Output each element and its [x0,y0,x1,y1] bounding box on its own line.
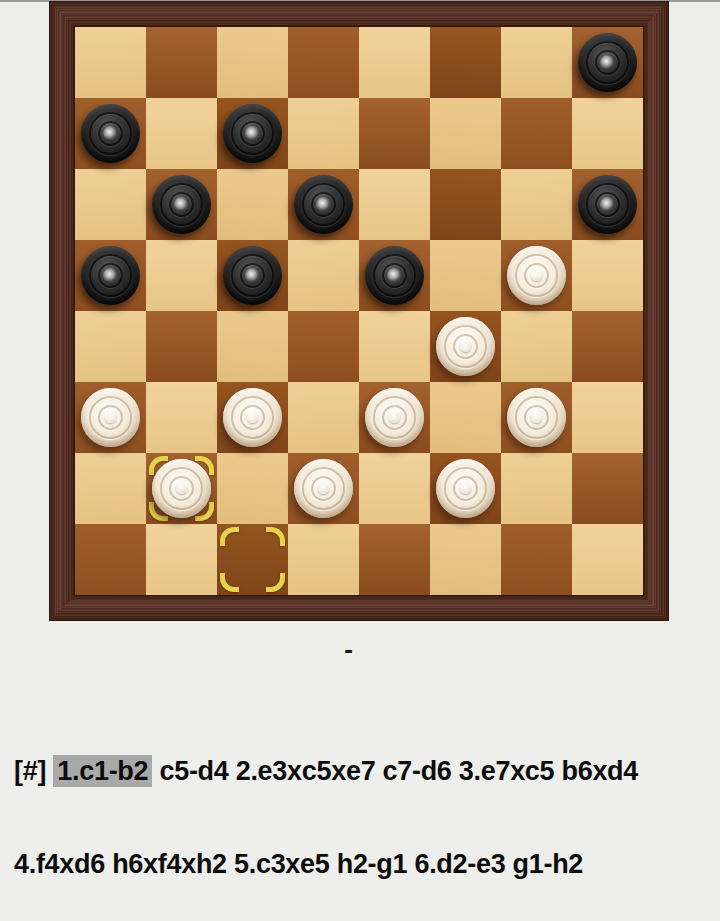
square-b2[interactable] [146,453,217,524]
move-list-line: 4.f4xd6 h6xf4xh2 5.c3xe5 h2-g1 6.d2-e3 g… [14,849,706,880]
square-a3[interactable] [75,382,146,453]
square-b6[interactable] [146,169,217,240]
white-man-f4[interactable] [436,317,495,376]
square-c5[interactable] [217,240,288,311]
piece-core [531,412,542,423]
highlight-corner-icon [266,527,285,546]
piece-core [460,341,471,352]
square-h3[interactable] [572,382,643,453]
square-h4[interactable] [572,311,643,382]
piece-core [460,483,471,494]
current-move[interactable]: 1.c1-b2 [53,755,152,787]
piece-core [600,55,614,69]
piece-core [318,483,329,494]
board-frame-top [50,2,668,27]
square-e5[interactable] [359,240,430,311]
square-h2[interactable] [572,453,643,524]
white-man-g5[interactable] [507,246,566,305]
page-root: { "game": "checkers", "variant": "8x8 dr… [0,0,720,921]
square-c2[interactable] [217,453,288,524]
square-b5[interactable] [146,240,217,311]
square-e8[interactable] [359,27,430,98]
board-frame-bottom [50,595,668,620]
white-man-e3[interactable] [365,388,424,447]
piece-core [103,268,117,282]
white-man-a3[interactable] [81,388,140,447]
square-f6[interactable] [430,169,501,240]
piece-core [103,126,117,140]
square-g5[interactable] [501,240,572,311]
white-man-d2[interactable] [294,459,353,518]
result-status-text: - [0,634,697,665]
square-d5[interactable] [288,240,359,311]
board-frame-right [643,2,668,620]
square-a1[interactable] [75,524,146,595]
square-e7[interactable] [359,98,430,169]
highlight-corner-icon [220,573,239,592]
move-list[interactable]: [#] 1.c1-b2 c5-d4 2.e3xc5xe7 c7-d6 3.e7x… [14,694,706,921]
black-man-e5[interactable] [365,246,424,305]
white-man-c3[interactable] [223,388,282,447]
square-c7[interactable] [217,98,288,169]
square-f5[interactable] [430,240,501,311]
square-c6[interactable] [217,169,288,240]
piece-core [245,268,259,282]
square-e3[interactable] [359,382,430,453]
square-g2[interactable] [501,453,572,524]
last-move-highlight-c1 [220,527,285,592]
board-grid [75,27,643,595]
square-d2[interactable] [288,453,359,524]
square-h7[interactable] [572,98,643,169]
square-f8[interactable] [430,27,501,98]
square-e6[interactable] [359,169,430,240]
square-b4[interactable] [146,311,217,382]
square-a7[interactable] [75,98,146,169]
white-man-g3[interactable] [507,388,566,447]
square-c3[interactable] [217,382,288,453]
square-c4[interactable] [217,311,288,382]
piece-core [176,483,187,494]
square-g8[interactable] [501,27,572,98]
square-a2[interactable] [75,453,146,524]
square-d3[interactable] [288,382,359,453]
square-f4[interactable] [430,311,501,382]
square-g3[interactable] [501,382,572,453]
board-frame-left [50,2,75,620]
square-b1[interactable] [146,524,217,595]
square-a4[interactable] [75,311,146,382]
highlight-corner-icon [220,527,239,546]
move-list-line: [#] 1.c1-b2 c5-d4 2.e3xc5xe7 c7-d6 3.e7x… [14,756,706,787]
square-d1[interactable] [288,524,359,595]
square-c8[interactable] [217,27,288,98]
piece-core [531,270,542,281]
black-man-h6[interactable] [578,175,637,234]
square-a8[interactable] [75,27,146,98]
square-g7[interactable] [501,98,572,169]
black-man-a7[interactable] [81,104,140,163]
piece-core [247,412,258,423]
square-d8[interactable] [288,27,359,98]
square-e4[interactable] [359,311,430,382]
move-list-text: c5-d4 2.e3xc5xe7 c7-d6 3.e7xc5 b6xd4 [152,756,638,786]
piece-core [389,412,400,423]
square-d4[interactable] [288,311,359,382]
white-man-b2[interactable] [152,459,211,518]
white-man-f2[interactable] [436,459,495,518]
black-man-c5[interactable] [223,246,282,305]
square-f2[interactable] [430,453,501,524]
black-man-b6[interactable] [152,175,211,234]
square-a6[interactable] [75,169,146,240]
piece-core [387,268,401,282]
piece-core [105,412,116,423]
square-g1[interactable] [501,524,572,595]
piece-core [600,197,614,211]
square-b7[interactable] [146,98,217,169]
black-man-h8[interactable] [578,33,637,92]
square-h5[interactable] [572,240,643,311]
black-man-c7[interactable] [223,104,282,163]
square-f7[interactable] [430,98,501,169]
checkers-board [50,2,668,620]
square-b3[interactable] [146,382,217,453]
square-f3[interactable] [430,382,501,453]
highlight-corner-icon [266,573,285,592]
piece-core [316,197,330,211]
square-b8[interactable] [146,27,217,98]
square-g4[interactable] [501,311,572,382]
square-d7[interactable] [288,98,359,169]
square-f1[interactable] [430,524,501,595]
square-e1[interactable] [359,524,430,595]
piece-core [174,197,188,211]
square-h8[interactable] [572,27,643,98]
square-h1[interactable] [572,524,643,595]
black-man-a5[interactable] [81,246,140,305]
square-c1[interactable] [217,524,288,595]
piece-core [245,126,259,140]
square-h6[interactable] [572,169,643,240]
problem-marker: [#] [14,756,53,786]
black-man-d6[interactable] [294,175,353,234]
square-g6[interactable] [501,169,572,240]
square-e2[interactable] [359,453,430,524]
square-a5[interactable] [75,240,146,311]
square-d6[interactable] [288,169,359,240]
